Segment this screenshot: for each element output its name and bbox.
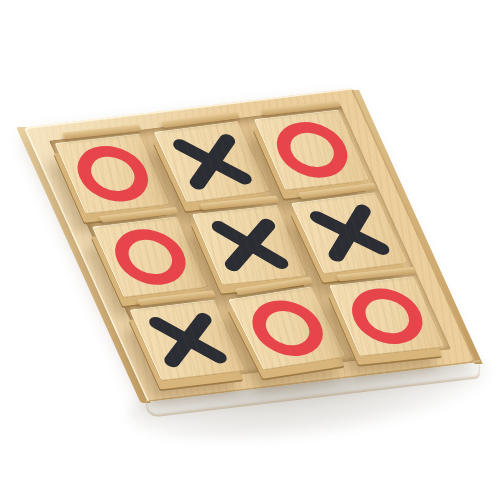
cell-r1c1[interactable] bbox=[54, 133, 171, 214]
x-bar bbox=[222, 216, 278, 273]
piece-o bbox=[105, 226, 196, 289]
piece-o bbox=[241, 296, 333, 361]
piece-x bbox=[159, 125, 266, 200]
tictactoe-board bbox=[24, 88, 477, 402]
product-photo bbox=[0, 0, 500, 500]
piece-x bbox=[135, 303, 242, 377]
x-bar bbox=[162, 311, 215, 370]
x-bar bbox=[187, 132, 238, 192]
cell-r3c3[interactable] bbox=[329, 276, 446, 357]
cell-r2c2[interactable] bbox=[191, 204, 308, 285]
wood-tile bbox=[329, 276, 445, 356]
cell-r2c1[interactable] bbox=[92, 216, 209, 297]
board-recess bbox=[49, 106, 451, 385]
cell-r3c2[interactable] bbox=[229, 288, 346, 369]
piece-o bbox=[267, 119, 357, 181]
wood-tile bbox=[54, 133, 171, 214]
wood-tile bbox=[153, 121, 271, 203]
wood-tile bbox=[129, 299, 246, 380]
wood-tile bbox=[92, 216, 209, 297]
cell-r3c1[interactable] bbox=[129, 299, 246, 380]
cell-r1c2[interactable] bbox=[154, 121, 271, 202]
piece-x bbox=[296, 196, 403, 271]
piece-o bbox=[342, 285, 432, 347]
wood-tile bbox=[192, 205, 308, 285]
wood-tile bbox=[228, 286, 347, 370]
wood-tile bbox=[254, 109, 371, 190]
wood-tile bbox=[291, 192, 409, 274]
x-bar bbox=[326, 202, 373, 264]
cell-r1c3[interactable] bbox=[253, 109, 370, 190]
piece-x bbox=[197, 208, 303, 281]
cell-r2c3[interactable] bbox=[291, 192, 408, 273]
piece-o bbox=[68, 143, 158, 205]
